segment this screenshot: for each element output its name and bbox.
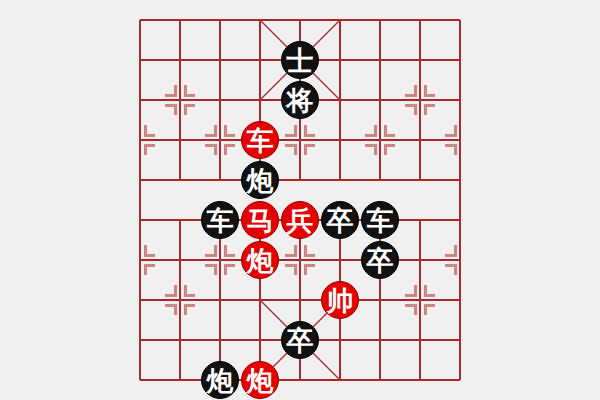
black-cannon[interactable]: 炮 <box>241 161 279 199</box>
red-cannon[interactable]: 炮 <box>241 361 279 399</box>
black-advisor[interactable]: 士 <box>281 41 319 79</box>
red-cannon[interactable]: 炮 <box>241 241 279 279</box>
black-soldier[interactable]: 卒 <box>321 201 359 239</box>
black-soldier[interactable]: 卒 <box>281 321 319 359</box>
xiangqi-board: 士将车炮车马兵卒车炮卒帅卒炮炮 <box>120 0 480 400</box>
black-cannon[interactable]: 炮 <box>201 361 239 399</box>
red-soldier[interactable]: 兵 <box>281 201 319 239</box>
red-horse[interactable]: 马 <box>241 201 279 239</box>
xiangqi-diagram: 士将车炮车马兵卒车炮卒帅卒炮炮 <box>0 0 600 400</box>
red-chariot[interactable]: 车 <box>241 121 279 159</box>
red-general[interactable]: 帅 <box>321 281 359 319</box>
black-general[interactable]: 将 <box>281 81 319 119</box>
black-chariot[interactable]: 车 <box>361 201 399 239</box>
black-soldier[interactable]: 卒 <box>361 241 399 279</box>
black-chariot[interactable]: 车 <box>201 201 239 239</box>
